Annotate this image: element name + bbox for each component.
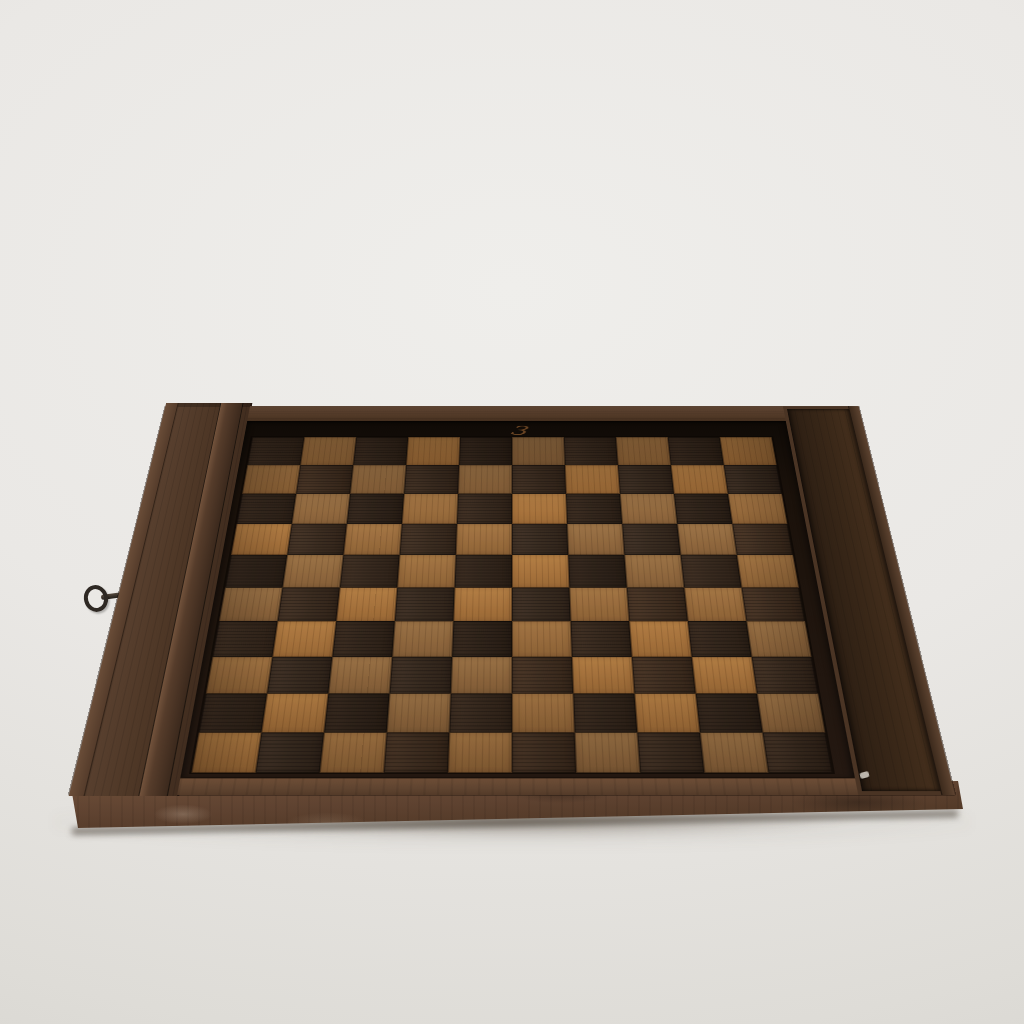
board-square-g10: [564, 437, 618, 465]
perspective-stage: 3: [0, 0, 1024, 1024]
board-square-e4: [452, 621, 512, 656]
board-square-a4: [213, 621, 278, 656]
board-square-e8: [457, 494, 512, 524]
board-square-e5: [453, 587, 512, 621]
board-square-c4: [332, 621, 394, 656]
board-square-i5: [684, 587, 746, 621]
board-square-g3: [572, 657, 635, 694]
board-square-i1: [700, 732, 769, 772]
board-square-j1: [763, 732, 833, 772]
board-square-i4: [688, 621, 752, 656]
board-square-h7: [622, 524, 680, 555]
board-square-a10: [247, 437, 304, 465]
board-square-j2: [757, 694, 825, 733]
board-square-c7: [343, 524, 401, 555]
board-square-b4: [272, 621, 336, 656]
board-square-d3: [390, 657, 453, 694]
board-square-d10: [406, 437, 460, 465]
board-square-f10: [512, 437, 565, 465]
board-square-d8: [402, 494, 458, 524]
board-square-j9: [724, 465, 782, 494]
board-square-d6: [397, 555, 456, 587]
bottom-frame-bar: [177, 777, 858, 795]
board-square-i10: [668, 437, 724, 465]
board-square-c5: [336, 587, 397, 621]
board-square-b9: [296, 465, 353, 494]
board-square-e9: [458, 465, 512, 494]
board-square-h2: [634, 694, 699, 733]
board-square-j6: [737, 555, 799, 587]
board-square-f5: [512, 587, 571, 621]
board-square-g1: [575, 732, 641, 772]
board-square-f2: [512, 694, 575, 733]
board-square-b5: [278, 587, 340, 621]
board-square-h8: [620, 494, 677, 524]
board-square-c8: [347, 494, 404, 524]
board-square-f8: [512, 494, 567, 524]
board-square-f6: [512, 555, 569, 587]
board-square-i9: [671, 465, 728, 494]
board-square-g7: [567, 524, 624, 555]
board-square-c3: [328, 657, 392, 694]
board-square-j5: [741, 587, 805, 621]
board-square-e7: [456, 524, 512, 555]
board-square-b10: [300, 437, 356, 465]
board-square-a8: [237, 494, 296, 524]
board-square-h1: [637, 732, 704, 772]
board-square-d9: [404, 465, 459, 494]
board-square-j4: [746, 621, 811, 656]
board-square-i2: [696, 694, 763, 733]
board-square-d4: [392, 621, 453, 656]
board-square-g8: [566, 494, 622, 524]
board-square-a3: [206, 657, 273, 694]
board-square-a7: [231, 524, 292, 555]
board-square-e1: [448, 732, 512, 772]
board-square-d7: [400, 524, 457, 555]
board-square-e2: [449, 694, 512, 733]
board-square-e10: [459, 437, 512, 465]
board-square-c1: [320, 732, 387, 772]
board-square-g6: [568, 555, 627, 587]
board-square-b3: [267, 657, 332, 694]
board-square-f1: [512, 732, 576, 772]
board-square-c10: [353, 437, 408, 465]
board-square-g4: [571, 621, 632, 656]
board-square-d2: [387, 694, 451, 733]
board-square-f7: [512, 524, 568, 555]
board-square-d1: [384, 732, 450, 772]
board-square-h5: [627, 587, 688, 621]
board-square-j3: [752, 657, 819, 694]
board-square-g5: [569, 587, 629, 621]
board-square-f9: [512, 465, 566, 494]
board-square-h6: [624, 555, 684, 587]
board-square-f4: [512, 621, 572, 656]
board-square-f3: [512, 657, 573, 694]
surface-ink-mark: 3: [508, 423, 528, 438]
photo-scene: 3: [0, 0, 1024, 1024]
board-square-a6: [225, 555, 287, 587]
board-square-h4: [629, 621, 691, 656]
board-square-b7: [287, 524, 347, 555]
board-square-a1: [191, 732, 261, 772]
board-square-h3: [632, 657, 696, 694]
top-frame-bar: [247, 406, 786, 421]
board-square-j8: [728, 494, 787, 524]
board-square-i6: [681, 555, 742, 587]
checkerboard: [191, 437, 832, 773]
board-square-b6: [283, 555, 344, 587]
board-square-i3: [692, 657, 757, 694]
board-square-g2: [573, 694, 637, 733]
board-square-h9: [618, 465, 674, 494]
board-square-b8: [292, 494, 350, 524]
board-square-b1: [256, 732, 325, 772]
board-square-c2: [324, 694, 389, 733]
board-square-d5: [395, 587, 455, 621]
board-square-j10: [720, 437, 777, 465]
board-square-c9: [350, 465, 406, 494]
board-square-i8: [674, 494, 732, 524]
board-square-e6: [455, 555, 512, 587]
board-square-j7: [732, 524, 793, 555]
board-square-b2: [261, 694, 328, 733]
board-square-c6: [340, 555, 400, 587]
board-square-i7: [677, 524, 737, 555]
board-square-a2: [199, 694, 267, 733]
board-square-g9: [565, 465, 620, 494]
board-square-a9: [242, 465, 300, 494]
board-square-h10: [616, 437, 671, 465]
game-board: 3: [69, 406, 955, 795]
board-square-a5: [219, 587, 283, 621]
board-square-e3: [451, 657, 512, 694]
